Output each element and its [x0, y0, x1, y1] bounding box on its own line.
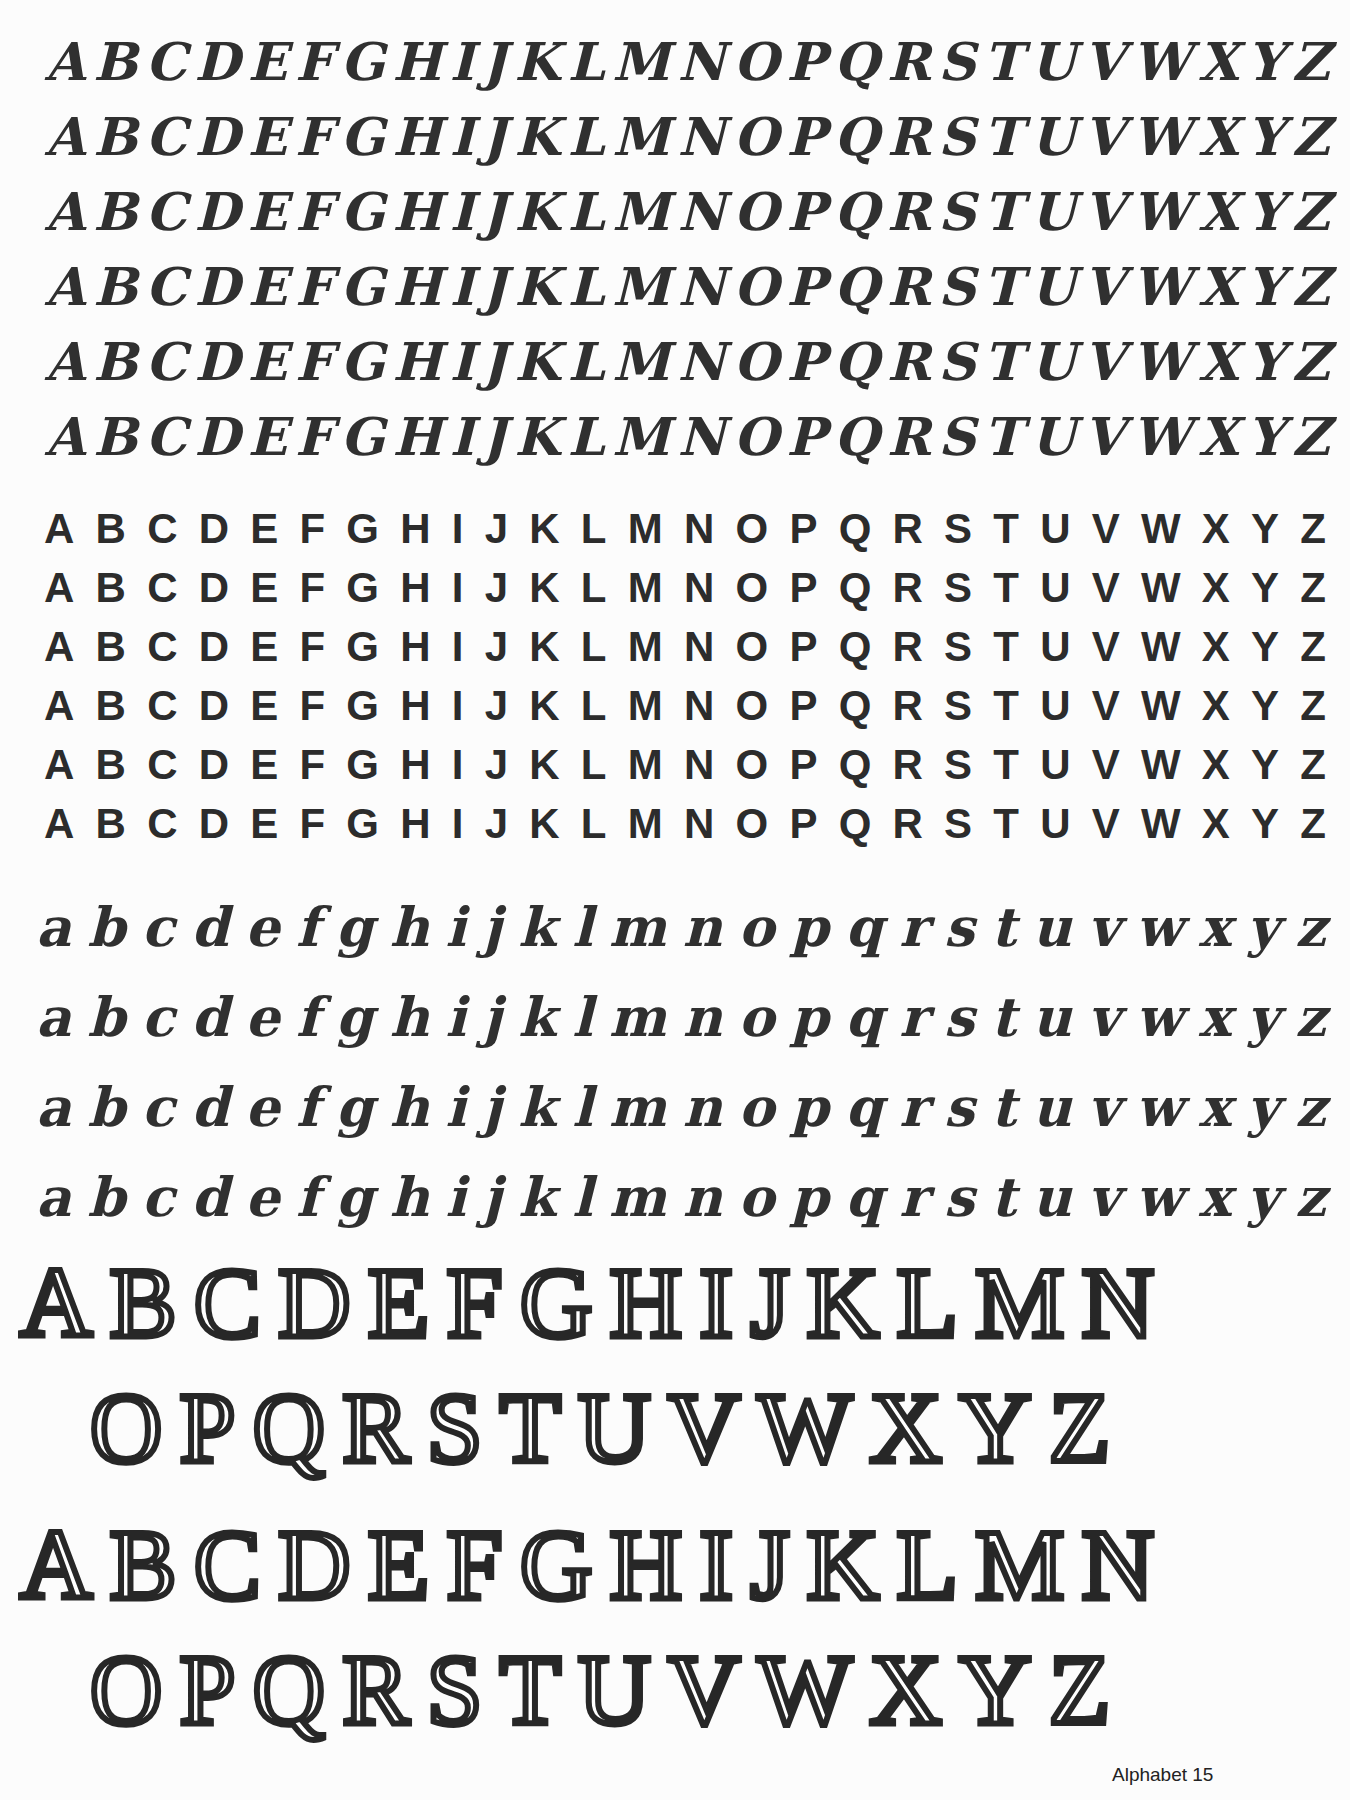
letter-cell: S: [938, 411, 976, 463]
letter-cell: Z: [1300, 744, 1326, 786]
letter-cell: y: [1247, 900, 1278, 954]
letter-cell: E: [368, 1515, 429, 1615]
letter-cell: F: [299, 685, 325, 727]
letter-cell: r: [899, 1170, 927, 1224]
letter-cell: g: [336, 1170, 374, 1224]
letter-cell: X: [1198, 111, 1238, 163]
letter-cell: B: [96, 508, 126, 550]
letter-cell: D: [199, 803, 229, 845]
letter-cell: Y: [1247, 411, 1284, 463]
letter-cell: B: [93, 186, 137, 238]
letter-cell: T: [984, 261, 1023, 313]
letter-cell: P: [787, 186, 826, 238]
letter-cell: I: [450, 411, 474, 463]
letter-cell: P: [787, 36, 826, 88]
letter-cell: B: [110, 1253, 177, 1353]
letter-cell: B: [93, 111, 137, 163]
letter-cell: I: [452, 803, 464, 845]
letter-cell: A: [44, 744, 74, 786]
letter-cell: F: [299, 508, 325, 550]
letter-cell: C: [145, 111, 186, 163]
letter-cell: U: [1040, 626, 1070, 668]
letter-cell: D: [199, 744, 229, 786]
letter-cell: v: [1088, 990, 1119, 1044]
letter-cell: G: [346, 803, 379, 845]
letter-cell: C: [145, 261, 186, 313]
letter-cell: Z: [1292, 186, 1330, 238]
letter-cell: S: [944, 626, 972, 668]
letter-cell: L: [581, 567, 607, 609]
letter-cell: R: [893, 567, 923, 609]
letter-cell: Z: [1049, 1378, 1110, 1478]
letter-cell: I: [700, 1515, 733, 1615]
letter-cell: X: [1202, 803, 1230, 845]
letter-cell: J: [482, 36, 507, 88]
letter-cell: P: [789, 626, 817, 668]
letter-cell: h: [390, 1080, 429, 1134]
letter-cell: F: [295, 411, 332, 463]
letter-cell: I: [450, 261, 474, 313]
letter-cell: S: [938, 36, 976, 88]
letter-cell: S: [938, 261, 976, 313]
letter-cell: T: [993, 626, 1019, 668]
letter-cell: Z: [1300, 685, 1326, 727]
letter-cell: Y: [1247, 261, 1284, 313]
letter-cell: H: [393, 336, 442, 388]
letter-cell: y: [1247, 990, 1278, 1044]
letter-cell: Q: [839, 803, 872, 845]
letter-cell: M: [628, 803, 663, 845]
letter-cell: H: [393, 111, 442, 163]
letter-cell: U: [1040, 744, 1070, 786]
letter-cell: O: [736, 626, 769, 668]
letter-cell: H: [610, 1253, 682, 1353]
letter-cell: E: [250, 803, 278, 845]
letter-cell: t: [991, 1170, 1016, 1224]
letter-cell: J: [482, 261, 507, 313]
script-lowercase-row-3: abcdefghijklmnopqrstuvwxyz: [0, 1062, 1350, 1152]
letter-cell: X: [1202, 567, 1230, 609]
letter-cell: U: [578, 1640, 650, 1740]
letter-cell: O: [733, 111, 778, 163]
letter-cell: i: [445, 1080, 466, 1134]
letter-cell: Q: [834, 411, 879, 463]
letter-cell: q: [845, 1080, 883, 1134]
letter-cell: e: [245, 900, 279, 954]
letter-cell: M: [612, 261, 670, 313]
sans-uppercase-section: ABCDEFGHIJKLMNOPQRSTUVWXYZABCDEFGHIJKLMN…: [0, 499, 1350, 853]
letter-cell: U: [1040, 685, 1070, 727]
letter-cell: F: [299, 626, 325, 668]
letter-cell: B: [110, 1515, 177, 1615]
letter-cell: A: [45, 336, 85, 388]
letter-cell: N: [684, 685, 714, 727]
serif-uppercase-engraved-row-3: ABCDEFGHIJKLMN: [0, 1502, 1350, 1627]
letter-cell: K: [529, 508, 559, 550]
letter-cell: O: [736, 508, 769, 550]
letter-cell: e: [245, 1170, 279, 1224]
letter-cell: Y: [1247, 336, 1284, 388]
letter-cell: A: [45, 36, 85, 88]
letter-cell: C: [145, 336, 186, 388]
letter-cell: E: [368, 1253, 429, 1353]
letter-cell: M: [612, 411, 670, 463]
letter-cell: g: [336, 900, 374, 954]
sheet-title-label: Alphabet 15: [1112, 1764, 1213, 1786]
letter-cell: G: [340, 111, 384, 163]
letter-cell: S: [944, 803, 972, 845]
letter-cell: V: [1084, 411, 1124, 463]
letter-cell: q: [845, 900, 883, 954]
letter-cell: R: [893, 744, 923, 786]
letter-cell: U: [1030, 36, 1075, 88]
letter-cell: d: [191, 990, 229, 1044]
letter-cell: N: [684, 626, 714, 668]
letter-cell: z: [1295, 1170, 1326, 1224]
letter-cell: B: [96, 626, 126, 668]
letter-cell: N: [1082, 1515, 1154, 1615]
letter-cell: P: [180, 1640, 236, 1740]
letter-cell: t: [991, 1080, 1016, 1134]
letter-cell: O: [733, 186, 778, 238]
letter-cell: W: [1141, 567, 1181, 609]
letter-cell: c: [142, 990, 175, 1044]
letter-cell: D: [195, 336, 240, 388]
letter-cell: W: [1132, 411, 1190, 463]
letter-cell: X: [870, 1378, 942, 1478]
letter-cell: U: [1040, 508, 1070, 550]
letter-cell: E: [248, 336, 288, 388]
letter-cell: Y: [1247, 36, 1284, 88]
letter-cell: Q: [839, 626, 872, 668]
letter-cell: a: [36, 900, 71, 954]
letter-cell: W: [1141, 626, 1181, 668]
letter-cell: O: [736, 744, 769, 786]
letter-cell: V: [1092, 685, 1120, 727]
letter-cell: R: [887, 111, 930, 163]
letter-cell: r: [899, 1080, 927, 1134]
letter-cell: O: [736, 803, 769, 845]
letter-cell: J: [485, 744, 508, 786]
letter-cell: D: [278, 1515, 350, 1615]
letter-cell: M: [612, 186, 670, 238]
letter-cell: S: [944, 567, 972, 609]
letter-cell: b: [87, 900, 125, 954]
letter-cell: I: [450, 186, 474, 238]
letter-cell: G: [346, 626, 379, 668]
letter-cell: E: [250, 744, 278, 786]
letter-cell: L: [581, 803, 607, 845]
letter-cell: p: [791, 990, 829, 1044]
letter-cell: H: [393, 186, 442, 238]
letter-cell: R: [887, 186, 930, 238]
letter-cell: u: [1032, 990, 1071, 1044]
letter-cell: Y: [1251, 685, 1279, 727]
letter-cell: A: [45, 186, 85, 238]
letter-cell: T: [500, 1640, 561, 1740]
letter-cell: Q: [839, 685, 872, 727]
letter-cell: s: [944, 1080, 974, 1134]
letter-cell: D: [195, 411, 240, 463]
letter-cell: E: [248, 186, 288, 238]
letter-cell: f: [296, 1170, 319, 1224]
letter-cell: H: [393, 411, 442, 463]
letter-cell: S: [938, 111, 976, 163]
letter-cell: D: [199, 567, 229, 609]
letter-cell: Q: [834, 261, 879, 313]
letter-cell: K: [515, 36, 560, 88]
letter-cell: P: [789, 803, 817, 845]
letter-cell: M: [628, 508, 663, 550]
letter-cell: G: [340, 261, 384, 313]
letter-cell: P: [789, 508, 817, 550]
letter-cell: d: [191, 900, 229, 954]
letter-cell: J: [485, 803, 508, 845]
letter-cell: F: [299, 803, 325, 845]
letter-cell: z: [1295, 900, 1326, 954]
letter-cell: U: [1040, 567, 1070, 609]
letter-cell: N: [684, 744, 714, 786]
letter-cell: l: [572, 990, 593, 1044]
letter-cell: K: [515, 261, 560, 313]
letter-cell: f: [296, 1080, 319, 1134]
letter-cell: a: [36, 1080, 71, 1134]
letter-cell: G: [346, 508, 379, 550]
letter-cell: y: [1247, 1170, 1278, 1224]
letter-cell: m: [609, 900, 666, 954]
letter-cell: O: [90, 1640, 162, 1740]
letter-cell: Q: [839, 744, 872, 786]
letter-cell: n: [683, 1080, 722, 1134]
letter-cell: D: [195, 111, 240, 163]
letter-cell: Y: [1251, 626, 1279, 668]
letter-cell: x: [1199, 1170, 1231, 1224]
letter-cell: Z: [1292, 36, 1330, 88]
script-uppercase-row-6: ABCDEFGHIJKLMNOPQRSTUVWXYZ: [0, 399, 1350, 474]
letter-cell: J: [485, 508, 508, 550]
letter-cell: U: [1030, 411, 1075, 463]
letter-cell: G: [340, 186, 384, 238]
letter-cell: k: [518, 900, 555, 954]
letter-cell: W: [1132, 36, 1190, 88]
letter-cell: d: [191, 1170, 229, 1224]
letter-cell: G: [346, 744, 379, 786]
letter-cell: N: [678, 111, 726, 163]
letter-cell: B: [93, 411, 137, 463]
letter-cell: W: [1141, 744, 1181, 786]
letter-cell: S: [938, 336, 976, 388]
letter-cell: J: [485, 685, 508, 727]
letter-cell: Q: [834, 186, 879, 238]
letter-cell: A: [20, 1515, 92, 1615]
letter-cell: Z: [1300, 508, 1326, 550]
letter-cell: k: [518, 1080, 555, 1134]
letter-cell: X: [1198, 411, 1238, 463]
letter-cell: L: [581, 626, 607, 668]
letter-cell: K: [515, 186, 560, 238]
letter-cell: M: [612, 111, 670, 163]
letter-cell: c: [142, 1170, 175, 1224]
letter-cell: K: [807, 1253, 879, 1353]
letter-cell: H: [400, 685, 430, 727]
letter-cell: X: [870, 1640, 942, 1740]
letter-cell: q: [845, 1170, 883, 1224]
letter-cell: l: [572, 1170, 593, 1224]
letter-cell: E: [250, 685, 278, 727]
letter-cell: E: [250, 508, 278, 550]
letter-cell: R: [893, 626, 923, 668]
letter-cell: J: [485, 626, 508, 668]
letter-cell: K: [515, 111, 560, 163]
letter-cell: K: [529, 685, 559, 727]
letter-cell: M: [612, 36, 670, 88]
letter-cell: W: [1132, 336, 1190, 388]
letter-cell: H: [610, 1515, 682, 1615]
letter-cell: s: [944, 990, 974, 1044]
letter-cell: m: [609, 1170, 666, 1224]
letter-cell: u: [1032, 900, 1071, 954]
letter-cell: h: [390, 990, 429, 1044]
letter-cell: e: [245, 990, 279, 1044]
letter-cell: A: [20, 1253, 92, 1353]
letter-cell: a: [36, 990, 71, 1044]
letter-cell: B: [96, 685, 126, 727]
letter-cell: D: [195, 186, 240, 238]
letter-cell: v: [1088, 900, 1119, 954]
letter-cell: M: [628, 567, 663, 609]
letter-cell: i: [445, 900, 466, 954]
letter-cell: V: [1084, 261, 1124, 313]
letter-cell: Y: [1247, 186, 1284, 238]
letter-cell: Q: [839, 508, 872, 550]
script-lowercase-row-2: abcdefghijklmnopqrstuvwxyz: [0, 972, 1350, 1062]
letter-cell: I: [452, 685, 464, 727]
letter-cell: u: [1032, 1170, 1071, 1224]
letter-cell: F: [295, 36, 332, 88]
letter-cell: A: [45, 111, 85, 163]
letter-cell: B: [93, 336, 137, 388]
letter-cell: j: [482, 1080, 502, 1134]
letter-cell: F: [295, 111, 332, 163]
letter-cell: A: [44, 685, 74, 727]
letter-cell: S: [427, 1378, 483, 1478]
letter-cell: i: [445, 1170, 466, 1224]
letter-cell: A: [44, 803, 74, 845]
letter-cell: E: [248, 111, 288, 163]
letter-cell: P: [789, 567, 817, 609]
letter-cell: H: [400, 744, 430, 786]
letter-cell: Y: [1251, 508, 1279, 550]
letter-cell: X: [1198, 336, 1238, 388]
letter-cell: g: [336, 990, 374, 1044]
letter-cell: C: [145, 411, 186, 463]
letter-cell: W: [1132, 261, 1190, 313]
letter-cell: Z: [1300, 567, 1326, 609]
letter-cell: t: [991, 990, 1016, 1044]
letter-cell: M: [628, 685, 663, 727]
letter-cell: m: [609, 1080, 666, 1134]
letter-cell: O: [90, 1378, 162, 1478]
letter-cell: o: [738, 990, 774, 1044]
letter-cell: B: [96, 803, 126, 845]
letter-cell: E: [250, 567, 278, 609]
letter-cell: E: [248, 36, 288, 88]
letter-cell: X: [1202, 744, 1230, 786]
letter-cell: Q: [839, 567, 872, 609]
letter-cell: W: [1141, 803, 1181, 845]
letter-cell: V: [1092, 567, 1120, 609]
letter-cell: G: [340, 336, 384, 388]
letter-cell: J: [750, 1515, 789, 1615]
letter-cell: R: [342, 1640, 409, 1740]
letter-cell: G: [346, 567, 379, 609]
letter-cell: V: [1084, 36, 1124, 88]
letter-cell: Y: [959, 1378, 1031, 1478]
letter-cell: M: [628, 744, 663, 786]
serif-uppercase-section: ABCDEFGHIJKLMNOPQRSTUVWXYZABCDEFGHIJKLMN…: [0, 1240, 1350, 1752]
script-lowercase-row-1: abcdefghijklmnopqrstuvwxyz: [0, 882, 1350, 972]
letter-cell: V: [1092, 508, 1120, 550]
letter-cell: I: [450, 36, 474, 88]
letter-cell: N: [684, 508, 714, 550]
letter-cell: I: [452, 626, 464, 668]
letter-cell: E: [248, 411, 288, 463]
letter-cell: H: [400, 567, 430, 609]
letter-cell: S: [938, 186, 976, 238]
letter-cell: l: [572, 900, 593, 954]
letter-cell: V: [1092, 744, 1120, 786]
letter-cell: J: [482, 336, 507, 388]
letter-cell: e: [245, 1080, 279, 1134]
letter-cell: D: [278, 1253, 350, 1353]
letter-cell: G: [520, 1253, 592, 1353]
letter-cell: C: [145, 186, 186, 238]
letter-cell: V: [1092, 626, 1120, 668]
letter-cell: k: [518, 1170, 555, 1224]
letter-cell: n: [683, 1170, 722, 1224]
letter-cell: b: [87, 1080, 125, 1134]
letter-cell: W: [758, 1640, 852, 1740]
letter-cell: C: [145, 36, 186, 88]
letter-cell: L: [897, 1515, 958, 1615]
letter-cell: b: [87, 990, 125, 1044]
letter-cell: f: [296, 990, 319, 1044]
letter-cell: T: [984, 411, 1023, 463]
letter-cell: K: [529, 567, 559, 609]
letter-cell: R: [887, 336, 930, 388]
letter-cell: J: [482, 111, 507, 163]
letter-cell: a: [36, 1170, 71, 1224]
letter-cell: K: [529, 626, 559, 668]
letter-cell: N: [678, 336, 726, 388]
letter-cell: R: [893, 803, 923, 845]
serif-uppercase-engraved-row-1: ABCDEFGHIJKLMN: [0, 1240, 1350, 1365]
letter-cell: X: [1198, 186, 1238, 238]
letter-cell: L: [568, 186, 605, 238]
letter-cell: M: [975, 1515, 1064, 1615]
letter-cell: K: [529, 803, 559, 845]
letter-cell: R: [893, 508, 923, 550]
letter-cell: J: [482, 186, 507, 238]
letter-cell: g: [336, 1080, 374, 1134]
letter-cell: F: [299, 744, 325, 786]
letter-cell: j: [482, 990, 502, 1044]
script-uppercase-row-3: ABCDEFGHIJKLMNOPQRSTUVWXYZ: [0, 174, 1350, 249]
letter-cell: N: [684, 803, 714, 845]
letter-cell: T: [984, 111, 1023, 163]
script-uppercase-section: ABCDEFGHIJKLMNOPQRSTUVWXYZABCDEFGHIJKLMN…: [0, 24, 1350, 474]
letter-cell: C: [147, 508, 177, 550]
